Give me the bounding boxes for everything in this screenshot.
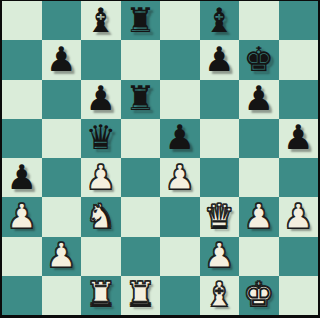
square-h2[interactable] [279,237,319,276]
square-h7[interactable] [279,40,319,79]
square-e1[interactable] [160,276,200,315]
chess-board: ♝♜♝♟♟♚♟♜♟♛♟♟♟♟♟♟♞♛♟♟♟♟♜♜♝♚ [2,1,318,315]
square-e3[interactable] [160,197,200,236]
square-b1[interactable] [42,276,82,315]
square-b5[interactable] [42,119,82,158]
white-knight: ♞ [86,199,116,235]
square-b3[interactable] [42,197,82,236]
black-bishop: ♝ [204,3,234,39]
white-pawn: ♟ [244,199,274,235]
square-a7[interactable] [2,40,42,79]
square-d4[interactable] [121,158,161,197]
square-b7[interactable]: ♟ [42,40,82,79]
square-g4[interactable] [239,158,279,197]
black-pawn: ♟ [204,42,234,78]
square-d1[interactable]: ♜ [121,276,161,315]
square-a3[interactable]: ♟ [2,197,42,236]
white-pawn: ♟ [86,160,116,196]
black-pawn: ♟ [244,81,274,117]
square-e6[interactable] [160,80,200,119]
white-pawn: ♟ [283,199,313,235]
square-h4[interactable] [279,158,319,197]
square-h1[interactable] [279,276,319,315]
square-g8[interactable] [239,1,279,40]
square-f1[interactable]: ♝ [200,276,240,315]
black-rook: ♜ [125,3,155,39]
square-f7[interactable]: ♟ [200,40,240,79]
square-h6[interactable] [279,80,319,119]
square-f2[interactable]: ♟ [200,237,240,276]
square-g5[interactable] [239,119,279,158]
square-d3[interactable] [121,197,161,236]
square-g2[interactable] [239,237,279,276]
square-f3[interactable]: ♛ [200,197,240,236]
square-e4[interactable]: ♟ [160,158,200,197]
black-pawn: ♟ [46,42,76,78]
square-d6[interactable]: ♜ [121,80,161,119]
square-b6[interactable] [42,80,82,119]
square-f5[interactable] [200,119,240,158]
black-pawn: ♟ [165,120,195,156]
square-e7[interactable] [160,40,200,79]
square-g1[interactable]: ♚ [239,276,279,315]
white-rook: ♜ [86,277,116,313]
black-bishop: ♝ [86,3,116,39]
square-a1[interactable] [2,276,42,315]
square-e5[interactable]: ♟ [160,119,200,158]
square-a5[interactable] [2,119,42,158]
square-e8[interactable] [160,1,200,40]
black-pawn: ♟ [7,160,37,196]
square-c4[interactable]: ♟ [81,158,121,197]
square-g6[interactable]: ♟ [239,80,279,119]
board-frame: ♝♜♝♟♟♚♟♜♟♛♟♟♟♟♟♟♞♛♟♟♟♟♜♜♝♚ [0,0,320,318]
square-d2[interactable] [121,237,161,276]
square-c3[interactable]: ♞ [81,197,121,236]
square-c7[interactable] [81,40,121,79]
square-d8[interactable]: ♜ [121,1,161,40]
white-pawn: ♟ [7,199,37,235]
square-f8[interactable]: ♝ [200,1,240,40]
square-c6[interactable]: ♟ [81,80,121,119]
square-a4[interactable]: ♟ [2,158,42,197]
square-g7[interactable]: ♚ [239,40,279,79]
square-c8[interactable]: ♝ [81,1,121,40]
white-pawn: ♟ [165,160,195,196]
square-a6[interactable] [2,80,42,119]
square-b2[interactable]: ♟ [42,237,82,276]
square-b8[interactable] [42,1,82,40]
square-h8[interactable] [279,1,319,40]
square-h5[interactable]: ♟ [279,119,319,158]
white-king: ♚ [244,277,274,313]
square-c1[interactable]: ♜ [81,276,121,315]
square-f6[interactable] [200,80,240,119]
black-pawn: ♟ [283,120,313,156]
square-f4[interactable] [200,158,240,197]
black-queen: ♛ [86,120,116,156]
white-queen: ♛ [204,199,234,235]
black-king: ♚ [244,42,274,78]
black-pawn: ♟ [86,81,116,117]
black-rook: ♜ [125,81,155,117]
square-a2[interactable] [2,237,42,276]
square-b4[interactable] [42,158,82,197]
square-c5[interactable]: ♛ [81,119,121,158]
white-pawn: ♟ [46,238,76,274]
square-d7[interactable] [121,40,161,79]
square-e2[interactable] [160,237,200,276]
square-d5[interactable] [121,119,161,158]
square-a8[interactable] [2,1,42,40]
white-pawn: ♟ [204,238,234,274]
square-g3[interactable]: ♟ [239,197,279,236]
white-bishop: ♝ [204,277,234,313]
square-c2[interactable] [81,237,121,276]
square-h3[interactable]: ♟ [279,197,319,236]
white-rook: ♜ [125,277,155,313]
